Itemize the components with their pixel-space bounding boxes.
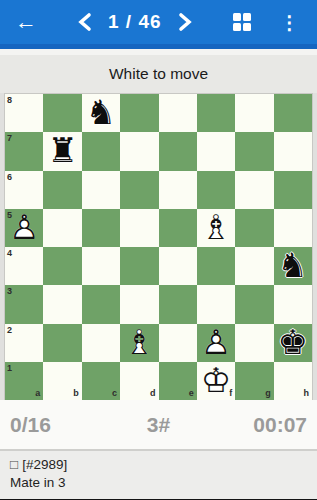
square-g1[interactable]: g: [235, 362, 273, 400]
square-e6[interactable]: [159, 171, 197, 209]
square-a6[interactable]: 6: [5, 171, 43, 209]
square-b5[interactable]: [43, 209, 81, 247]
white-pawn[interactable]: ♟♙: [5, 209, 43, 247]
square-d3[interactable]: [120, 285, 158, 323]
square-b8[interactable]: [43, 94, 81, 132]
app-bar: ← 1 / 46 ⋮: [0, 0, 317, 44]
file-label-b: b: [73, 389, 79, 398]
rank-label-1: 1: [7, 364, 12, 373]
square-c8[interactable]: ♞: [82, 94, 120, 132]
square-h6[interactable]: [274, 171, 312, 209]
black-rook[interactable]: ♜: [43, 132, 81, 170]
square-g6[interactable]: [235, 171, 273, 209]
rank-label-7: 7: [7, 134, 12, 143]
puzzle-list-button[interactable]: [224, 4, 260, 40]
timer: 00:07: [208, 413, 307, 437]
rank-label-4: 4: [7, 249, 12, 258]
turn-banner-text: White to move: [109, 65, 208, 83]
score-counter: 0/16: [10, 413, 109, 437]
chess-board: 8♞7♜65♟♙♝♗4♞32♝♗♟♙♚1abcdef♚♔gh: [5, 94, 312, 400]
square-d7[interactable]: [120, 132, 158, 170]
app-screen: ← 1 / 46 ⋮ White to move 8♞7♜65♟♙♝♗4♞32♝…: [0, 0, 317, 500]
chevron-right-icon: [177, 12, 193, 32]
square-b2[interactable]: [43, 324, 81, 362]
puzzle-navigation: 1 / 46: [74, 10, 196, 34]
next-puzzle-button[interactable]: [174, 10, 196, 34]
square-c5[interactable]: [82, 209, 120, 247]
square-e7[interactable]: [159, 132, 197, 170]
black-knight[interactable]: ♞: [82, 94, 120, 132]
chevron-left-icon: [77, 12, 93, 32]
rank-label-8: 8: [7, 96, 12, 105]
square-h8[interactable]: [274, 94, 312, 132]
task-label: 3#: [109, 413, 208, 437]
square-c3[interactable]: [82, 285, 120, 323]
square-h1[interactable]: h: [274, 362, 312, 400]
square-d6[interactable]: [120, 171, 158, 209]
square-g8[interactable]: [235, 94, 273, 132]
white-side-icon: □: [10, 457, 18, 472]
square-c6[interactable]: [82, 171, 120, 209]
square-h2[interactable]: ♚: [274, 324, 312, 362]
square-a1[interactable]: 1a: [5, 362, 43, 400]
square-f3[interactable]: [197, 285, 235, 323]
puzzle-goal: Mate in 3: [10, 474, 307, 492]
puzzle-id-line: □[#2989]: [10, 456, 307, 474]
square-g3[interactable]: [235, 285, 273, 323]
square-h5[interactable]: [274, 209, 312, 247]
square-d2[interactable]: ♝♗: [120, 324, 158, 362]
square-a7[interactable]: 7: [5, 132, 43, 170]
previous-puzzle-button[interactable]: [74, 10, 96, 34]
square-e1[interactable]: e: [159, 362, 197, 400]
back-button[interactable]: ←: [0, 9, 52, 35]
square-a5[interactable]: 5♟♙: [5, 209, 43, 247]
info-panel: □[#2989] Mate in 3: [0, 451, 317, 499]
white-bishop[interactable]: ♝♗: [197, 209, 235, 247]
file-label-e: e: [189, 389, 194, 398]
file-label-h: h: [304, 389, 310, 398]
rank-label-3: 3: [7, 287, 12, 296]
square-d8[interactable]: [120, 94, 158, 132]
puzzle-id: [#2989]: [22, 457, 67, 472]
square-g5[interactable]: [235, 209, 273, 247]
square-c1[interactable]: c: [82, 362, 120, 400]
square-h7[interactable]: [274, 132, 312, 170]
square-b1[interactable]: b: [43, 362, 81, 400]
overflow-menu-button[interactable]: ⋮: [270, 7, 309, 38]
stats-bar: 0/16 3# 00:07: [0, 400, 317, 449]
square-f1[interactable]: f♚♔: [197, 362, 235, 400]
app-bar-actions: ⋮: [224, 4, 317, 40]
square-a4[interactable]: 4: [5, 247, 43, 285]
rank-label-6: 6: [7, 173, 12, 182]
white-king[interactable]: ♚♔: [197, 362, 235, 400]
square-f8[interactable]: [197, 94, 235, 132]
square-g7[interactable]: [235, 132, 273, 170]
square-h4[interactable]: ♞: [274, 247, 312, 285]
grid-icon: [233, 13, 241, 21]
square-f4[interactable]: [197, 247, 235, 285]
black-king[interactable]: ♚: [274, 324, 312, 362]
square-b3[interactable]: [43, 285, 81, 323]
file-label-d: d: [150, 389, 156, 398]
file-label-g: g: [265, 389, 271, 398]
square-a3[interactable]: 3: [5, 285, 43, 323]
square-g2[interactable]: [235, 324, 273, 362]
turn-banner: White to move: [0, 55, 317, 93]
back-arrow-icon: ←: [15, 9, 37, 35]
white-bishop[interactable]: ♝♗: [120, 324, 158, 362]
square-h3[interactable]: [274, 285, 312, 323]
square-c2[interactable]: [82, 324, 120, 362]
vertical-dots-icon: ⋮: [280, 12, 299, 33]
square-a2[interactable]: 2: [5, 324, 43, 362]
square-c7[interactable]: [82, 132, 120, 170]
square-e8[interactable]: [159, 94, 197, 132]
square-b7[interactable]: ♜: [43, 132, 81, 170]
file-label-a: a: [35, 389, 40, 398]
square-d1[interactable]: d: [120, 362, 158, 400]
black-knight[interactable]: ♞: [274, 247, 312, 285]
square-e2[interactable]: [159, 324, 197, 362]
square-e3[interactable]: [159, 285, 197, 323]
rank-label-2: 2: [7, 326, 12, 335]
square-f2[interactable]: ♟♙: [197, 324, 235, 362]
square-a8[interactable]: 8: [5, 94, 43, 132]
board-container: 8♞7♜65♟♙♝♗4♞32♝♗♟♙♚1abcdef♚♔gh: [0, 93, 317, 400]
square-c4[interactable]: [82, 247, 120, 285]
puzzle-counter: 1 / 46: [108, 11, 162, 33]
square-f7[interactable]: [197, 132, 235, 170]
square-b4[interactable]: [43, 247, 81, 285]
square-b6[interactable]: [43, 171, 81, 209]
square-d5[interactable]: [120, 209, 158, 247]
square-e5[interactable]: [159, 209, 197, 247]
square-g4[interactable]: [235, 247, 273, 285]
square-d4[interactable]: [120, 247, 158, 285]
square-f5[interactable]: ♝♗: [197, 209, 235, 247]
square-f6[interactable]: [197, 171, 235, 209]
file-label-c: c: [112, 389, 117, 398]
square-e4[interactable]: [159, 247, 197, 285]
white-pawn[interactable]: ♟♙: [197, 324, 235, 362]
